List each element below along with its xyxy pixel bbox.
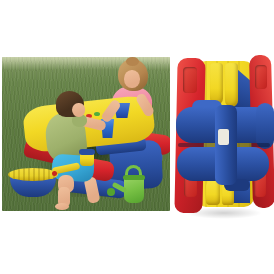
- leg-center-connector: [215, 105, 237, 185]
- photo-table-in-use[interactable]: [2, 57, 170, 211]
- sieve-knob: [52, 171, 57, 176]
- boy-foot: [55, 203, 69, 210]
- bench-molding: [255, 65, 267, 89]
- watering-can-sprinkler: [107, 188, 115, 196]
- yellow-cup-lid: [79, 149, 95, 155]
- watering-can-rim: [123, 175, 145, 180]
- girl-face: [124, 70, 140, 88]
- watering-can-body: [124, 177, 144, 203]
- yellow-foot-tab: [210, 63, 223, 105]
- boy-face: [72, 103, 85, 117]
- toy-piece-green: [94, 112, 100, 116]
- instruction-label: [218, 129, 229, 145]
- product-image-panel: [0, 0, 274, 274]
- bench-molding: [183, 67, 197, 93]
- yellow-foot-tab: [225, 63, 238, 107]
- photo-table-folded[interactable]: [174, 55, 274, 225]
- girl-hair-bun: [126, 57, 139, 66]
- sieve-mesh-rim: [8, 168, 58, 181]
